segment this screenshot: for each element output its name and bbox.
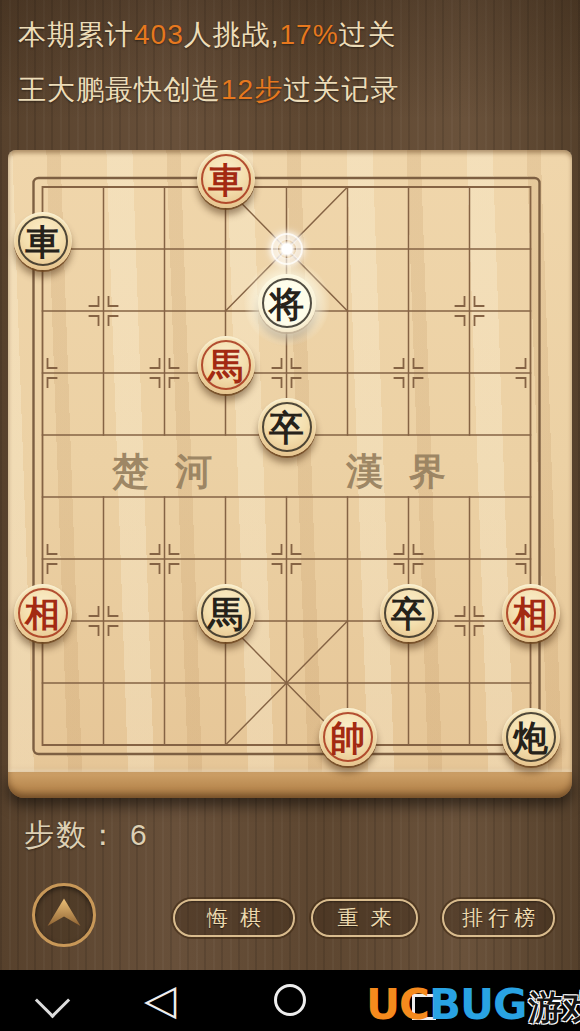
red-piece-馬[interactable]: 馬	[197, 336, 255, 394]
piece-glyph: 車	[14, 212, 72, 270]
piece-glyph: 相	[14, 584, 72, 642]
record-stats-line: 王大鹏最快创造12步过关记录	[18, 71, 399, 109]
piece-glyph: 帥	[319, 708, 377, 766]
piece-glyph: 相	[502, 584, 560, 642]
red-piece-相[interactable]: 相	[14, 584, 72, 642]
black-piece-卒[interactable]: 卒	[258, 398, 316, 456]
watermark-uc: UC	[366, 980, 429, 1029]
black-piece-炮[interactable]: 炮	[502, 708, 560, 766]
piece-glyph: 馬	[197, 584, 255, 642]
black-piece-馬[interactable]: 馬	[197, 584, 255, 642]
challenge-stats-line: 本期累计403人挑战,17%过关	[18, 16, 397, 54]
app-screen: 本期累计403人挑战,17%过关 王大鹏最快创造12步过关记录 楚河 漢界 車車…	[0, 0, 580, 1031]
piece-glyph: 卒	[258, 398, 316, 456]
step-counter-label: 步数：	[24, 818, 120, 851]
river-label-right: 漢界	[296, 447, 496, 497]
ucbug-watermark: UCBUG游戏网 .com	[366, 984, 580, 1031]
black-piece-卒[interactable]: 卒	[380, 584, 438, 642]
up-arrow-icon	[42, 893, 86, 937]
step-counter: 步数：6	[24, 815, 149, 856]
home-icon[interactable]	[274, 984, 306, 1016]
promo-up-button[interactable]	[32, 883, 96, 947]
red-piece-相[interactable]: 相	[502, 584, 560, 642]
step-counter-value: 6	[130, 818, 149, 851]
piece-glyph: 車	[197, 150, 255, 208]
watermark-bug: BUG	[429, 980, 527, 1029]
black-piece-車[interactable]: 車	[14, 212, 72, 270]
piece-glyph: 将	[258, 274, 316, 332]
black-piece-将[interactable]: 将	[258, 274, 316, 332]
back-icon[interactable]: ◁	[144, 976, 176, 1024]
red-piece-車[interactable]: 車	[197, 150, 255, 208]
restart-button[interactable]: 重来	[311, 899, 418, 937]
red-piece-帥[interactable]: 帥	[319, 708, 377, 766]
board-edge	[8, 772, 572, 798]
undo-button[interactable]: 悔棋	[173, 899, 295, 937]
piece-glyph: 卒	[380, 584, 438, 642]
leaderboard-button[interactable]: 排行榜	[442, 899, 555, 937]
piece-glyph: 馬	[197, 336, 255, 394]
river-label-left: 楚河	[62, 447, 262, 497]
piece-glyph: 炮	[502, 708, 560, 766]
watermark-site: 游戏网	[529, 987, 580, 1027]
